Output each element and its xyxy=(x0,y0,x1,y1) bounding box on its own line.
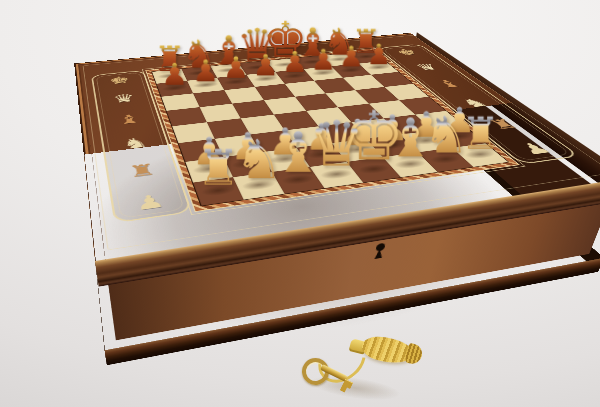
inlay-bishop-icon: ♝ xyxy=(116,112,142,126)
piece-glyph-holder: ♜ xyxy=(176,108,260,192)
piece-glyph-holder: ♟ xyxy=(143,26,206,89)
key-with-tassel[interactable] xyxy=(288,318,438,407)
inlay-pawn-icon: ♟ xyxy=(516,140,556,157)
keyhole[interactable] xyxy=(372,243,386,260)
scene: ♚♛♝♞♜♟ ♚♛♝♞♜♟ ♜♞♝♛♚♝♞♜♟♟♟♟♟♟♟♟♟♟♟♟♟♟♟♟♜♞… xyxy=(0,0,600,407)
inlay-king-icon: ♚ xyxy=(108,75,131,86)
tassel-fringe xyxy=(404,343,424,366)
inlay-knight-icon: ♞ xyxy=(121,135,149,151)
inlay-king-icon: ♚ xyxy=(393,48,420,57)
inlay-pawn-icon: ♟ xyxy=(134,191,168,213)
inlay-queen-icon: ♛ xyxy=(112,92,137,105)
